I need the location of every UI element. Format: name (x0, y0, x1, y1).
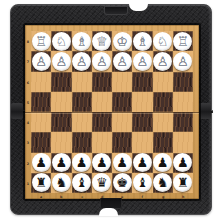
black-pawn-d2[interactable]: ♟ (92, 153, 111, 172)
black-rook-h1[interactable]: ♜ (173, 173, 192, 192)
black-pawn-e2[interactable]: ♟ (113, 153, 132, 172)
square-b7[interactable]: ♙ (51, 51, 71, 71)
square-a8[interactable]: ♖ (31, 31, 51, 51)
square-f2[interactable]: ♟ (132, 153, 152, 173)
black-rook-a1[interactable]: ♜ (32, 173, 51, 192)
square-c6[interactable] (72, 72, 92, 92)
white-knight-g8[interactable]: ♘ (153, 32, 172, 51)
square-g8[interactable]: ♘ (153, 31, 173, 51)
square-a7[interactable]: ♙ (31, 51, 51, 71)
white-pawn-d7[interactable]: ♙ (92, 52, 111, 71)
rank-label-2: 2 (26, 157, 29, 168)
top-thumb-notch (129, 3, 148, 11)
file-label-c: c (76, 195, 87, 199)
rank-label-7: 7 (26, 56, 29, 67)
square-b2[interactable]: ♟ (51, 153, 71, 173)
file-label-a: a (36, 195, 47, 199)
square-b8[interactable]: ♘ (51, 31, 71, 51)
black-pawn-a2[interactable]: ♟ (32, 153, 51, 172)
square-c4[interactable] (72, 112, 92, 132)
square-d4[interactable] (92, 112, 112, 132)
square-g2[interactable]: ♟ (153, 153, 173, 173)
white-pawn-b7[interactable]: ♙ (52, 52, 71, 71)
left-hinge-tab (11, 103, 23, 119)
black-pawn-f2[interactable]: ♟ (133, 153, 152, 172)
square-a5[interactable] (31, 92, 51, 112)
square-f8[interactable]: ♗ (132, 31, 152, 51)
square-d5[interactable] (92, 92, 112, 112)
white-pawn-c7[interactable]: ♙ (72, 52, 91, 71)
square-g4[interactable] (153, 112, 173, 132)
square-e1[interactable]: ♚ (112, 173, 132, 193)
rank-label-6: 6 (26, 76, 29, 87)
black-queen-d1[interactable]: ♛ (92, 173, 111, 192)
square-e6[interactable] (112, 72, 132, 92)
white-pawn-a7[interactable]: ♙ (32, 52, 51, 71)
square-h3[interactable] (173, 132, 193, 152)
right-hinge-tab (199, 103, 211, 119)
square-g3[interactable] (153, 132, 173, 152)
square-h8[interactable]: ♖ (173, 31, 193, 51)
square-e5[interactable] (112, 92, 132, 112)
square-b5[interactable] (51, 92, 71, 112)
square-f7[interactable]: ♙ (132, 51, 152, 71)
square-f1[interactable]: ♝ (132, 173, 152, 193)
square-g7[interactable]: ♙ (153, 51, 173, 71)
white-pawn-g7[interactable]: ♙ (153, 52, 172, 71)
square-a2[interactable]: ♟ (31, 153, 51, 173)
rank-label-5: 5 (26, 96, 29, 107)
square-h2[interactable]: ♟ (173, 153, 193, 173)
square-a3[interactable] (31, 132, 51, 152)
square-c7[interactable]: ♙ (72, 51, 92, 71)
square-e7[interactable]: ♙ (112, 51, 132, 71)
square-d3[interactable] (92, 132, 112, 152)
white-pawn-f7[interactable]: ♙ (133, 52, 152, 71)
square-h6[interactable] (173, 72, 193, 92)
black-pawn-c2[interactable]: ♟ (72, 153, 91, 172)
chess-case-frame: 87654321 abcdefgh ♖♘♗♕♔♗♘♖♙♙♙♙♙♙♙♙♟♟♟♟♟♟… (10, 4, 212, 215)
square-b6[interactable] (51, 72, 71, 92)
square-d8[interactable]: ♕ (92, 31, 112, 51)
rank-label-1: 1 (26, 177, 29, 188)
square-c8[interactable]: ♗ (72, 31, 92, 51)
chess-board: 87654321 abcdefgh ♖♘♗♕♔♗♘♖♙♙♙♙♙♙♙♙♟♟♟♟♟♟… (25, 25, 199, 199)
black-pawn-g2[interactable]: ♟ (153, 153, 172, 172)
white-king-e8[interactable]: ♔ (113, 32, 132, 51)
rank-label-3: 3 (26, 137, 29, 148)
square-e2[interactable]: ♟ (112, 153, 132, 173)
square-g1[interactable]: ♞ (153, 173, 173, 193)
file-label-b: b (56, 195, 67, 199)
square-h1[interactable]: ♜ (173, 173, 193, 193)
square-d1[interactable]: ♛ (92, 173, 112, 193)
square-d6[interactable] (92, 72, 112, 92)
top-latch (104, 6, 128, 15)
black-bishop-c1[interactable]: ♝ (72, 173, 91, 192)
black-bishop-f1[interactable]: ♝ (133, 173, 152, 192)
square-h5[interactable] (173, 92, 193, 112)
square-f3[interactable] (132, 132, 152, 152)
square-e4[interactable] (112, 112, 132, 132)
square-e8[interactable]: ♔ (112, 31, 132, 51)
black-pawn-b2[interactable]: ♟ (52, 153, 71, 172)
square-a4[interactable] (31, 112, 51, 132)
square-d2[interactable]: ♟ (92, 153, 112, 173)
square-f6[interactable] (132, 72, 152, 92)
board-grid: ♖♘♗♕♔♗♘♖♙♙♙♙♙♙♙♙♟♟♟♟♟♟♟♟♜♞♝♛♚♝♞♜ (31, 31, 193, 193)
white-rook-h8[interactable]: ♖ (173, 32, 192, 51)
white-rook-a8[interactable]: ♖ (32, 32, 51, 51)
white-bishop-f8[interactable]: ♗ (133, 32, 152, 51)
file-label-g: g (157, 195, 168, 199)
black-king-e1[interactable]: ♚ (113, 173, 132, 192)
square-h7[interactable]: ♙ (173, 51, 193, 71)
rank-label-4: 4 (26, 117, 29, 128)
square-f4[interactable] (132, 112, 152, 132)
bottom-thumb-notch (99, 208, 118, 216)
file-label-h: h (177, 195, 188, 199)
square-h4[interactable] (173, 112, 193, 132)
square-c2[interactable]: ♟ (72, 153, 92, 173)
square-c5[interactable] (72, 92, 92, 112)
white-pawn-e7[interactable]: ♙ (113, 52, 132, 71)
file-label-f: f (137, 195, 148, 199)
white-pawn-h7[interactable]: ♙ (173, 52, 192, 71)
white-bishop-c8[interactable]: ♗ (72, 32, 91, 51)
white-queen-d8[interactable]: ♕ (92, 32, 111, 51)
square-a6[interactable] (31, 72, 51, 92)
square-b4[interactable] (51, 112, 71, 132)
square-b3[interactable] (51, 132, 71, 152)
photo-stage: 87654321 abcdefgh ♖♘♗♕♔♗♘♖♙♙♙♙♙♙♙♙♟♟♟♟♟♟… (0, 0, 222, 222)
square-g5[interactable] (153, 92, 173, 112)
square-c1[interactable]: ♝ (72, 173, 92, 193)
square-c3[interactable] (72, 132, 92, 152)
white-knight-b8[interactable]: ♘ (52, 32, 71, 51)
rank-label-8: 8 (26, 36, 29, 47)
square-a1[interactable]: ♜ (31, 173, 51, 193)
black-knight-g1[interactable]: ♞ (153, 173, 172, 192)
square-d7[interactable]: ♙ (92, 51, 112, 71)
black-pawn-h2[interactable]: ♟ (173, 153, 192, 172)
square-g6[interactable] (153, 72, 173, 92)
square-e3[interactable] (112, 132, 132, 152)
square-f5[interactable] (132, 92, 152, 112)
black-knight-b1[interactable]: ♞ (52, 173, 71, 192)
square-b1[interactable]: ♞ (51, 173, 71, 193)
